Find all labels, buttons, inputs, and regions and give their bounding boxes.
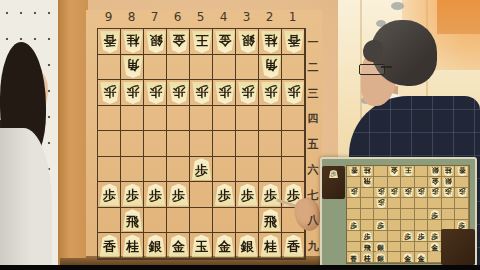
board-square xyxy=(428,198,442,209)
board-square xyxy=(401,198,415,209)
board-square xyxy=(361,188,375,199)
shogi-piece-sente-歩: 歩 xyxy=(146,184,166,206)
board-square xyxy=(121,131,144,157)
board-square xyxy=(144,208,167,234)
lecturer-hair xyxy=(363,40,383,62)
board-square xyxy=(259,106,282,132)
board-square xyxy=(347,242,361,253)
board-square xyxy=(374,177,388,188)
board-square xyxy=(98,55,121,81)
board-square xyxy=(190,55,213,81)
rank-label: 一 xyxy=(305,35,321,50)
board-square xyxy=(282,157,305,183)
stone-decal xyxy=(391,2,404,10)
shogi-piece-sente-玉: 玉 xyxy=(192,235,212,257)
board-square xyxy=(144,106,167,132)
board-square xyxy=(167,55,190,81)
shogi-piece-gote-桂: 桂 xyxy=(443,167,454,176)
board-square xyxy=(282,131,305,157)
board-square xyxy=(236,157,259,183)
board-square xyxy=(213,131,236,157)
board-square xyxy=(415,166,429,177)
board-square xyxy=(388,220,402,231)
shogi-piece-sente-銀: 銀 xyxy=(146,235,166,257)
file-label: 7 xyxy=(143,10,166,26)
board-square xyxy=(401,242,415,253)
board-square xyxy=(144,131,167,157)
board-square xyxy=(415,198,429,209)
rank-label: 三 xyxy=(305,86,321,101)
shogi-piece-sente-金: 金 xyxy=(403,253,414,262)
board-square xyxy=(213,55,236,81)
board-square xyxy=(190,106,213,132)
shogi-piece-sente-歩: 歩 xyxy=(261,184,281,206)
board-square xyxy=(388,231,402,242)
shogi-piece-sente-飛: 飛 xyxy=(261,209,281,231)
board-square xyxy=(374,209,388,220)
board-square xyxy=(167,131,190,157)
board-square xyxy=(144,157,167,183)
file-label: 1 xyxy=(281,10,304,26)
board-square xyxy=(167,157,190,183)
shogi-piece-sente-香: 香 xyxy=(100,235,120,257)
board-square xyxy=(428,252,442,263)
board-square xyxy=(388,198,402,209)
board-square xyxy=(190,182,213,208)
board-square xyxy=(374,166,388,177)
glasses-temple xyxy=(381,66,392,68)
tv-frame: 987654321 香桂銀金王金銀桂香角角歩歩歩歩歩歩歩歩歩歩歩歩歩歩歩歩歩歩飛… xyxy=(0,0,480,270)
board-square xyxy=(455,209,469,220)
board-square xyxy=(361,220,375,231)
shogi-piece-sente-歩: 歩 xyxy=(123,184,143,206)
file-label: 5 xyxy=(189,10,212,26)
board-square xyxy=(388,242,402,253)
board-square xyxy=(213,208,236,234)
shogi-piece-gote-金: 金 xyxy=(389,167,400,176)
shogi-piece-sente-歩: 歩 xyxy=(169,184,189,206)
board-square xyxy=(167,208,190,234)
file-labels: 987654321 xyxy=(97,10,304,26)
shogi-piece-sente-金: 金 xyxy=(416,253,427,262)
komadai-piece: 歩 xyxy=(329,170,338,178)
board-square xyxy=(388,177,402,188)
board-square xyxy=(415,220,429,231)
shogi-piece-gote-銀: 銀 xyxy=(443,178,454,187)
komadai-sente xyxy=(441,229,475,265)
shogi-piece-sente-歩: 歩 xyxy=(376,221,387,230)
shogi-piece-sente-歩: 歩 xyxy=(349,221,360,230)
file-label: 2 xyxy=(258,10,281,26)
left-wall-strip xyxy=(58,0,88,270)
board-square xyxy=(415,177,429,188)
board-square xyxy=(98,131,121,157)
board-square xyxy=(236,131,259,157)
shogi-piece-sente-桂: 桂 xyxy=(123,235,143,257)
shogi-piece-sente-金: 金 xyxy=(169,235,189,257)
shogi-piece-sente-香: 香 xyxy=(284,235,304,257)
board-square xyxy=(361,198,375,209)
shogi-piece-sente-桂: 桂 xyxy=(362,253,373,262)
board-square xyxy=(442,198,456,209)
shogi-piece-sente-歩: 歩 xyxy=(403,232,414,241)
rank-label: 八 xyxy=(305,213,321,228)
shogi-piece-sente-歩: 歩 xyxy=(192,158,212,180)
shogi-piece-sente-銀: 銀 xyxy=(376,253,387,262)
shogi-piece-sente-歩: 歩 xyxy=(238,184,258,206)
shogi-piece-sente-歩: 歩 xyxy=(362,232,373,241)
board-square xyxy=(415,242,429,253)
letterbox-bar xyxy=(0,265,480,270)
board-square xyxy=(259,131,282,157)
shogi-piece-gote-桂: 桂 xyxy=(362,167,373,176)
board-square xyxy=(121,157,144,183)
shogi-piece-gote-飛: 飛 xyxy=(362,178,373,187)
board-square xyxy=(213,106,236,132)
board-square xyxy=(98,208,121,234)
board-square xyxy=(455,177,469,188)
board-square xyxy=(236,55,259,81)
board-square xyxy=(401,220,415,231)
board-square xyxy=(388,252,402,263)
board-square xyxy=(98,106,121,132)
orange-wall-panel xyxy=(437,0,480,34)
shogi-piece-sente-歩: 歩 xyxy=(100,184,120,206)
shogi-piece-sente-歩: 歩 xyxy=(430,210,441,219)
board-square xyxy=(347,209,361,220)
board-square xyxy=(442,209,456,220)
board-square xyxy=(121,106,144,132)
rank-label: 二 xyxy=(305,60,321,75)
rank-label: 四 xyxy=(305,111,321,126)
shogi-piece-sente-飛: 飛 xyxy=(123,209,143,231)
shogi-piece-sente-銀: 銀 xyxy=(238,235,258,257)
board-square xyxy=(455,198,469,209)
rank-label: 五 xyxy=(305,137,321,152)
rank-label: 六 xyxy=(305,162,321,177)
board-square xyxy=(361,209,375,220)
board-square xyxy=(347,177,361,188)
shogi-piece-sente-飛: 飛 xyxy=(362,242,373,251)
board-square xyxy=(388,209,402,220)
file-label: 6 xyxy=(166,10,189,26)
file-label: 9 xyxy=(97,10,120,26)
board-square xyxy=(144,55,167,81)
shogi-piece-sente-金: 金 xyxy=(430,242,441,251)
board-square xyxy=(213,157,236,183)
board-square xyxy=(236,208,259,234)
board-square xyxy=(415,209,429,220)
shogi-piece-sente-歩: 歩 xyxy=(430,232,441,241)
rank-label: 七 xyxy=(305,188,321,203)
board-square xyxy=(236,106,259,132)
board-square xyxy=(259,157,282,183)
shogi-piece-sente-香: 香 xyxy=(349,253,360,262)
file-label: 3 xyxy=(235,10,258,26)
board-square xyxy=(428,220,442,231)
board-square xyxy=(374,231,388,242)
board-square xyxy=(282,106,305,132)
rank-label: 九 xyxy=(305,239,321,254)
main-board-grid: 香桂銀金王金銀桂香角角歩歩歩歩歩歩歩歩歩歩歩歩歩歩歩歩歩歩飛飛香桂銀金玉金銀桂香 xyxy=(97,28,306,260)
board-square xyxy=(190,131,213,157)
file-label: 8 xyxy=(120,10,143,26)
board-square xyxy=(401,209,415,220)
board-square xyxy=(347,198,361,209)
board-square xyxy=(167,106,190,132)
shogi-piece-sente-歩: 歩 xyxy=(215,184,235,206)
board-square xyxy=(282,55,305,81)
board-square xyxy=(401,177,415,188)
board-square xyxy=(190,208,213,234)
shogi-piece-sente-銀: 銀 xyxy=(376,242,387,251)
board-square xyxy=(98,157,121,183)
board-square xyxy=(347,231,361,242)
file-label: 4 xyxy=(212,10,235,26)
shogi-piece-sente-歩: 歩 xyxy=(416,232,427,241)
shogi-piece-sente-金: 金 xyxy=(215,235,235,257)
shogi-piece-sente-桂: 桂 xyxy=(261,235,281,257)
